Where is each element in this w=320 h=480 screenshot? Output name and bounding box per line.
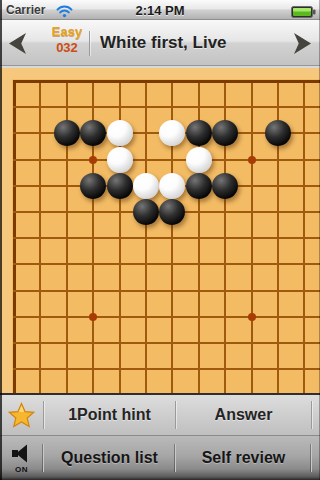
level-name: Easy xyxy=(44,25,90,38)
stone-black xyxy=(212,173,238,199)
stone-black xyxy=(107,173,133,199)
battery-icon xyxy=(291,4,316,22)
stone-white xyxy=(107,120,133,146)
status-bar: Carrier 2:14 PM xyxy=(0,0,320,20)
grid-line-horizontal xyxy=(13,342,320,344)
grid-line-horizontal xyxy=(13,237,320,239)
screen-edge xyxy=(0,0,2,480)
footer-row-1: 1Point hint Answer xyxy=(0,395,320,435)
grid-line-horizontal xyxy=(13,263,320,265)
stone-black xyxy=(133,199,159,225)
stone-black xyxy=(186,120,212,146)
star-point xyxy=(89,156,97,164)
divider xyxy=(311,444,312,472)
stone-black xyxy=(186,173,212,199)
answer-button[interactable]: Answer xyxy=(176,395,311,435)
app-screen: Carrier 2:14 PM Easy 032 White first, L xyxy=(0,0,320,480)
puzzle-number: 032 xyxy=(44,41,90,54)
hint-button[interactable]: 1Point hint xyxy=(44,395,175,435)
prev-puzzle-button[interactable] xyxy=(9,33,26,54)
grid-line-horizontal xyxy=(13,316,320,318)
grid-line-horizontal xyxy=(13,80,320,83)
sound-state-label: ON xyxy=(0,465,43,474)
sound-toggle-button[interactable]: ON xyxy=(0,436,43,480)
question-list-button[interactable]: Question list xyxy=(44,436,175,480)
puzzle-title: White first, Live xyxy=(100,20,227,66)
favorite-button[interactable] xyxy=(0,395,43,435)
stone-white xyxy=(107,147,133,173)
stone-black xyxy=(80,173,106,199)
level-badge: Easy 032 xyxy=(44,25,90,54)
footer-toolbar: 1Point hint Answer ON Question list xyxy=(0,393,320,480)
stone-white xyxy=(186,147,212,173)
go-board[interactable] xyxy=(0,66,320,393)
footer-row-2: ON Question list Self review xyxy=(0,435,320,480)
stone-white xyxy=(159,173,185,199)
grid-line-horizontal xyxy=(13,106,320,108)
next-puzzle-button[interactable] xyxy=(294,33,311,54)
divider xyxy=(311,401,312,429)
self-review-button[interactable]: Self review xyxy=(176,436,311,480)
nav-bar: Easy 032 White first, Live xyxy=(0,20,320,66)
star-point xyxy=(89,313,97,321)
stone-white xyxy=(133,173,159,199)
star-point xyxy=(248,156,256,164)
nav-divider xyxy=(89,31,90,56)
stone-black xyxy=(54,120,80,146)
star-point xyxy=(248,313,256,321)
grid-line-horizontal xyxy=(13,368,320,370)
grid-line-horizontal xyxy=(13,159,320,161)
clock-label: 2:14 PM xyxy=(0,3,320,18)
grid-line-horizontal xyxy=(13,290,320,292)
